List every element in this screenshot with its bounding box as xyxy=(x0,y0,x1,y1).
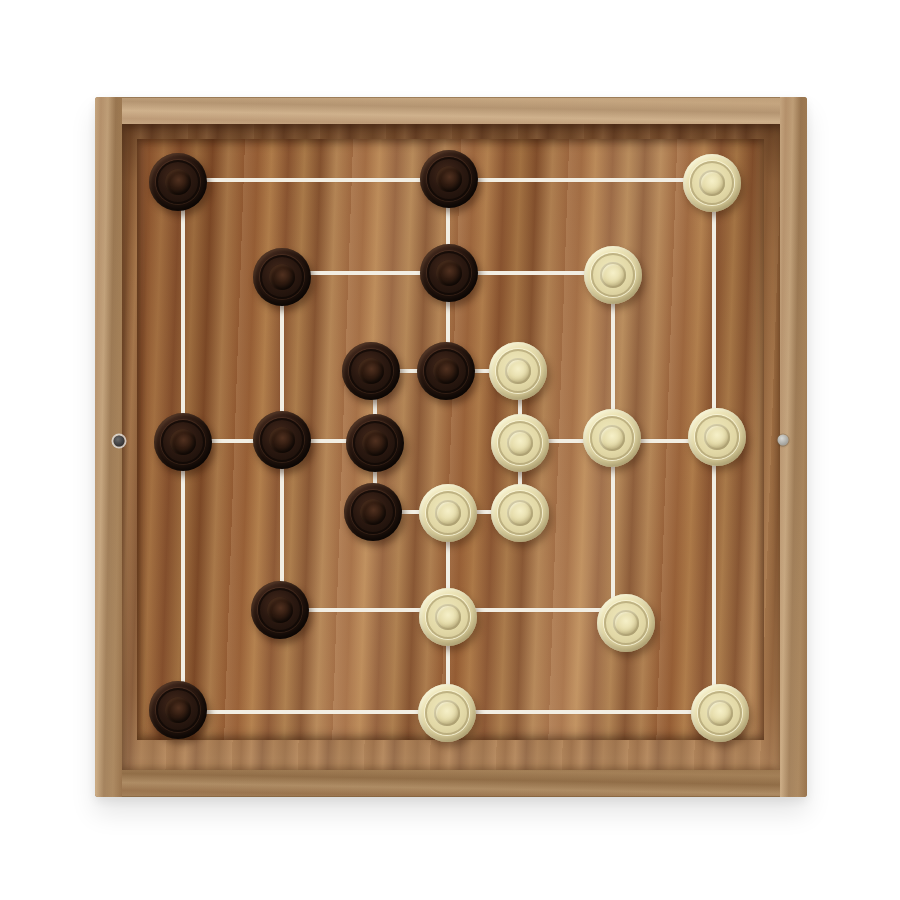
piece-center-dome xyxy=(269,264,295,290)
piece-center-dome xyxy=(599,425,625,451)
white-piece-e5[interactable] xyxy=(489,342,547,400)
piece-center-dome xyxy=(435,604,461,630)
magnet-dot-right xyxy=(778,435,789,446)
piece-center-dome xyxy=(507,500,533,526)
piece-center-dome xyxy=(507,430,533,456)
white-piece-d3[interactable] xyxy=(419,484,477,542)
wooden-tray-frame xyxy=(95,97,807,797)
piece-center-dome xyxy=(434,700,460,726)
piece-center-dome xyxy=(267,597,293,623)
piece-center-dome xyxy=(358,358,384,384)
piece-center-dome xyxy=(600,262,626,288)
piece-center-dome xyxy=(505,358,531,384)
black-piece-a1[interactable] xyxy=(149,681,207,739)
black-piece-a4[interactable] xyxy=(154,413,212,471)
white-piece-f2[interactable] xyxy=(597,594,655,652)
piece-center-dome xyxy=(360,499,386,525)
piece-center-dome xyxy=(436,260,462,286)
white-piece-g4[interactable] xyxy=(688,408,746,466)
white-piece-g7[interactable] xyxy=(683,154,741,212)
white-piece-d2[interactable] xyxy=(419,588,477,646)
tray-inner-wall xyxy=(122,124,780,770)
piece-center-dome xyxy=(165,169,191,195)
piece-center-dome xyxy=(362,430,388,456)
black-piece-b2[interactable] xyxy=(251,581,309,639)
black-piece-d7[interactable] xyxy=(420,150,478,208)
black-piece-b6[interactable] xyxy=(253,248,311,306)
piece-center-dome xyxy=(433,358,459,384)
white-piece-e4[interactable] xyxy=(491,414,549,472)
black-piece-c3[interactable] xyxy=(344,483,402,541)
black-piece-c4[interactable] xyxy=(346,414,404,472)
piece-center-dome xyxy=(165,697,191,723)
frame-rim-left xyxy=(95,97,122,797)
white-piece-e3[interactable] xyxy=(491,484,549,542)
black-piece-a7[interactable] xyxy=(149,153,207,211)
piece-center-dome xyxy=(269,427,295,453)
white-piece-g1[interactable] xyxy=(691,684,749,742)
black-piece-b4[interactable] xyxy=(253,411,311,469)
piece-center-dome xyxy=(707,700,733,726)
white-piece-f6[interactable] xyxy=(584,246,642,304)
black-piece-d5[interactable] xyxy=(417,342,475,400)
piece-center-dome xyxy=(699,170,725,196)
morris-board-surface xyxy=(137,139,764,740)
frame-rim-right xyxy=(780,97,807,797)
photo-canvas xyxy=(0,0,900,900)
black-piece-d6[interactable] xyxy=(420,244,478,302)
piece-center-dome xyxy=(435,500,461,526)
piece-center-dome xyxy=(704,424,730,450)
white-piece-f4[interactable] xyxy=(583,409,641,467)
piece-center-dome xyxy=(613,610,639,636)
black-piece-c5[interactable] xyxy=(342,342,400,400)
piece-center-dome xyxy=(436,166,462,192)
white-piece-d1[interactable] xyxy=(418,684,476,742)
piece-center-dome xyxy=(170,429,196,455)
magnet-dot-left xyxy=(114,436,125,447)
